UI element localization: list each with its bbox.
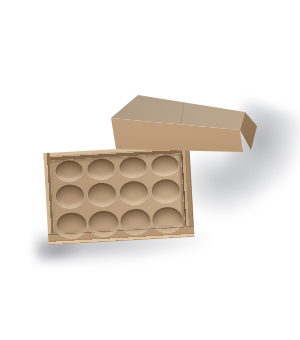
tray-hole-r3c3 (120, 208, 151, 235)
hole-grid (50, 153, 185, 233)
tray-hole-r1c2 (86, 158, 114, 179)
under-lid-shadow (182, 152, 268, 218)
tray-hole-r2c1 (55, 184, 84, 209)
tray-hole-r1c1 (55, 160, 83, 181)
tray-hole-r3c1 (56, 211, 87, 238)
tray-hole-r3c4 (152, 206, 183, 233)
tray-hole-r2c2 (87, 182, 116, 207)
box-lid (104, 88, 266, 160)
hole-row-2 (53, 179, 182, 209)
tray-hole-r3c2 (88, 210, 119, 237)
tray-hole-r2c4 (151, 179, 180, 204)
product-photo (0, 0, 300, 340)
lid-crease-line (180, 97, 185, 128)
tray-hole-r2c3 (119, 180, 148, 205)
